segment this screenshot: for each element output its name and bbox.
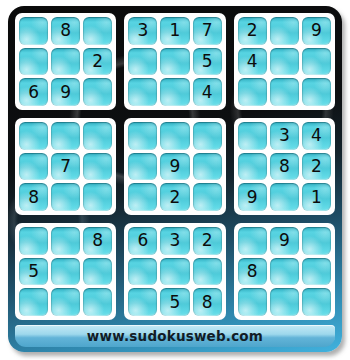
cell-r6c3[interactable]	[83, 183, 112, 211]
cell-r4c3[interactable]	[83, 122, 112, 150]
box-r1c1: 8269	[15, 13, 116, 110]
cell-r8c5[interactable]	[160, 258, 189, 286]
cell-r2c8[interactable]	[270, 48, 299, 76]
cell-r7c7[interactable]	[238, 227, 267, 255]
cell-r7c8[interactable]: 9	[270, 227, 299, 255]
cell-r3c3[interactable]	[83, 78, 112, 106]
site-url[interactable]: www.sudokusweb.com	[87, 328, 263, 344]
cell-r3c4[interactable]	[128, 78, 157, 106]
cell-r1c6[interactable]: 7	[193, 17, 222, 45]
cell-r6c7[interactable]: 9	[238, 183, 267, 211]
cell-r5c9[interactable]: 2	[302, 153, 331, 181]
cell-r8c9[interactable]	[302, 258, 331, 286]
cell-r8c3[interactable]	[83, 258, 112, 286]
cell-r6c6[interactable]	[193, 183, 222, 211]
cell-r1c7[interactable]: 2	[238, 17, 267, 45]
cell-r2c9[interactable]	[302, 48, 331, 76]
box-r1c2: 31754	[124, 13, 225, 110]
cell-r1c3[interactable]	[83, 17, 112, 45]
box-r1c3: 294	[234, 13, 335, 110]
cell-r1c9[interactable]: 9	[302, 17, 331, 45]
cell-r9c6[interactable]: 8	[193, 288, 222, 316]
cell-r9c4[interactable]	[128, 288, 157, 316]
box-r3c3: 98	[234, 223, 335, 320]
cell-r9c5[interactable]: 5	[160, 288, 189, 316]
cell-r2c5[interactable]	[160, 48, 189, 76]
cell-r4c5[interactable]	[160, 122, 189, 150]
cell-r8c7[interactable]: 8	[238, 258, 267, 286]
cell-r8c8[interactable]	[270, 258, 299, 286]
cell-r6c8[interactable]	[270, 183, 299, 211]
cell-r9c2[interactable]	[51, 288, 80, 316]
cell-r2c1[interactable]	[19, 48, 48, 76]
cell-r5c2[interactable]: 7	[51, 153, 80, 181]
box-r2c3: 348291	[234, 118, 335, 215]
cell-r6c5[interactable]: 2	[160, 183, 189, 211]
cell-r8c1[interactable]: 5	[19, 258, 48, 286]
box-r2c2: 92	[124, 118, 225, 215]
cell-r5c1[interactable]	[19, 153, 48, 181]
box-r3c2: 63258	[124, 223, 225, 320]
cell-r4c1[interactable]	[19, 122, 48, 150]
cell-r2c6[interactable]: 5	[193, 48, 222, 76]
cell-r6c4[interactable]	[128, 183, 157, 211]
cell-r4c9[interactable]: 4	[302, 122, 331, 150]
cell-r6c9[interactable]: 1	[302, 183, 331, 211]
cell-r5c4[interactable]	[128, 153, 157, 181]
cell-r7c3[interactable]: 8	[83, 227, 112, 255]
cell-r5c8[interactable]: 8	[270, 153, 299, 181]
cell-r3c6[interactable]: 4	[193, 78, 222, 106]
cell-r8c4[interactable]	[128, 258, 157, 286]
box-r2c1: 78	[15, 118, 116, 215]
cell-r4c8[interactable]: 3	[270, 122, 299, 150]
cell-r1c2[interactable]: 8	[51, 17, 80, 45]
cell-r9c3[interactable]	[83, 288, 112, 316]
cell-r7c4[interactable]: 6	[128, 227, 157, 255]
cell-r7c6[interactable]: 2	[193, 227, 222, 255]
cell-r1c8[interactable]	[270, 17, 299, 45]
cell-r5c5[interactable]: 9	[160, 153, 189, 181]
cell-r1c1[interactable]	[19, 17, 48, 45]
cell-r7c5[interactable]: 3	[160, 227, 189, 255]
cell-r7c2[interactable]	[51, 227, 80, 255]
cell-r4c2[interactable]	[51, 122, 80, 150]
cell-r2c4[interactable]	[128, 48, 157, 76]
cell-r2c3[interactable]: 2	[83, 48, 112, 76]
cell-r7c9[interactable]	[302, 227, 331, 255]
box-r3c1: 85	[15, 223, 116, 320]
cell-r3c5[interactable]	[160, 78, 189, 106]
cell-r3c2[interactable]: 9	[51, 78, 80, 106]
cell-r1c4[interactable]: 3	[128, 17, 157, 45]
cell-r9c8[interactable]	[270, 288, 299, 316]
cell-r9c9[interactable]	[302, 288, 331, 316]
cell-r1c5[interactable]: 1	[160, 17, 189, 45]
cell-r2c2[interactable]	[51, 48, 80, 76]
cell-r3c8[interactable]	[270, 78, 299, 106]
cell-r7c1[interactable]	[19, 227, 48, 255]
cell-r4c6[interactable]	[193, 122, 222, 150]
cell-r3c9[interactable]	[302, 78, 331, 106]
page: 8269317542947892348291856325898 www.sudo…	[0, 0, 350, 360]
cell-r2c7[interactable]: 4	[238, 48, 267, 76]
cell-r8c2[interactable]	[51, 258, 80, 286]
cell-r9c1[interactable]	[19, 288, 48, 316]
cell-r6c1[interactable]: 8	[19, 183, 48, 211]
cell-r8c6[interactable]	[193, 258, 222, 286]
footer-band: www.sudokusweb.com	[15, 325, 335, 347]
cell-r6c2[interactable]	[51, 183, 80, 211]
sudoku-grid: 8269317542947892348291856325898	[15, 13, 335, 320]
cell-r9c7[interactable]	[238, 288, 267, 316]
sudoku-board: 8269317542947892348291856325898 www.sudo…	[8, 6, 342, 352]
cell-r5c3[interactable]	[83, 153, 112, 181]
cell-r4c7[interactable]	[238, 122, 267, 150]
cell-r4c4[interactable]	[128, 122, 157, 150]
cell-r5c6[interactable]	[193, 153, 222, 181]
cell-r5c7[interactable]	[238, 153, 267, 181]
cell-r3c7[interactable]	[238, 78, 267, 106]
cell-r3c1[interactable]: 6	[19, 78, 48, 106]
